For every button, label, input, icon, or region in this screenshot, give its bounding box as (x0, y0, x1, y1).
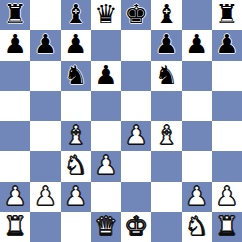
square-g7[interactable]: ♟︎ (182, 30, 212, 60)
square-e7[interactable] (121, 30, 151, 60)
piece-white-knight[interactable]: ♞︎ (64, 152, 87, 178)
square-d2[interactable] (91, 182, 121, 212)
square-g5[interactable] (182, 91, 212, 121)
square-g2[interactable]: ♟︎ (182, 182, 212, 212)
piece-black-queen[interactable]: ♛︎ (94, 1, 117, 27)
square-g4[interactable] (182, 121, 212, 151)
square-e3[interactable] (121, 151, 151, 181)
square-c2[interactable]: ♟︎ (61, 182, 91, 212)
square-f5[interactable] (151, 91, 181, 121)
square-g3[interactable] (182, 151, 212, 181)
square-c7[interactable]: ♟︎ (61, 30, 91, 60)
piece-white-bishop[interactable]: ♝︎ (155, 122, 178, 148)
piece-white-pawn[interactable]: ♟︎ (215, 183, 238, 209)
piece-black-pawn[interactable]: ♟︎ (185, 31, 208, 57)
square-d6[interactable]: ♟︎ (91, 61, 121, 91)
square-h2[interactable]: ♟︎ (212, 182, 242, 212)
piece-black-pawn[interactable]: ♟︎ (215, 31, 238, 57)
square-b7[interactable]: ♟︎ (30, 30, 60, 60)
piece-white-queen[interactable]: ♛︎ (94, 213, 117, 239)
piece-white-pawn[interactable]: ♟︎ (3, 183, 26, 209)
piece-black-pawn[interactable]: ♟︎ (155, 31, 178, 57)
square-f4[interactable]: ♝︎ (151, 121, 181, 151)
square-e8[interactable]: ♚︎ (121, 0, 151, 30)
square-e1[interactable]: ♚︎ (121, 212, 151, 242)
square-c1[interactable] (61, 212, 91, 242)
square-d7[interactable] (91, 30, 121, 60)
square-b4[interactable] (30, 121, 60, 151)
piece-white-pawn[interactable]: ♟︎ (64, 183, 87, 209)
piece-black-rook[interactable]: ♜︎ (215, 1, 238, 27)
piece-black-pawn[interactable]: ♟︎ (64, 31, 87, 57)
square-h7[interactable]: ♟︎ (212, 30, 242, 60)
square-h4[interactable] (212, 121, 242, 151)
square-a3[interactable] (0, 151, 30, 181)
square-b1[interactable] (30, 212, 60, 242)
square-a8[interactable]: ♜︎ (0, 0, 30, 30)
square-f6[interactable]: ♞︎ (151, 61, 181, 91)
square-a2[interactable]: ♟︎ (0, 182, 30, 212)
piece-black-pawn[interactable]: ♟︎ (34, 31, 57, 57)
square-e4[interactable]: ♟︎ (121, 121, 151, 151)
square-h6[interactable] (212, 61, 242, 91)
square-c6[interactable]: ♞︎ (61, 61, 91, 91)
piece-black-pawn[interactable]: ♟︎ (3, 31, 26, 57)
square-a5[interactable] (0, 91, 30, 121)
square-a1[interactable]: ♜︎ (0, 212, 30, 242)
piece-black-king[interactable]: ♚︎ (124, 1, 147, 27)
square-b8[interactable] (30, 0, 60, 30)
piece-black-bishop[interactable]: ♝︎ (155, 1, 178, 27)
square-c3[interactable]: ♞︎ (61, 151, 91, 181)
square-c4[interactable]: ♝︎ (61, 121, 91, 151)
piece-black-bishop[interactable]: ♝︎ (64, 1, 87, 27)
square-g1[interactable]: ♞︎ (182, 212, 212, 242)
square-h3[interactable] (212, 151, 242, 181)
square-d5[interactable] (91, 91, 121, 121)
piece-white-pawn[interactable]: ♟︎ (124, 122, 147, 148)
square-c5[interactable] (61, 91, 91, 121)
square-e6[interactable] (121, 61, 151, 91)
square-g8[interactable] (182, 0, 212, 30)
square-b2[interactable]: ♟︎ (30, 182, 60, 212)
square-a7[interactable]: ♟︎ (0, 30, 30, 60)
square-f2[interactable] (151, 182, 181, 212)
piece-white-bishop[interactable]: ♝︎ (64, 122, 87, 148)
piece-black-pawn[interactable]: ♟︎ (94, 62, 117, 88)
square-b5[interactable] (30, 91, 60, 121)
square-a6[interactable] (0, 61, 30, 91)
piece-white-rook[interactable]: ♜︎ (215, 213, 238, 239)
square-h1[interactable]: ♜︎ (212, 212, 242, 242)
square-h8[interactable]: ♜︎ (212, 0, 242, 30)
chess-board: ♜︎♝︎♛︎♚︎♝︎♜︎♟︎♟︎♟︎♟︎♟︎♟︎♞︎♟︎♞︎♝︎♟︎♝︎♞︎♟︎… (0, 0, 242, 242)
piece-black-rook[interactable]: ♜︎ (3, 1, 26, 27)
square-a4[interactable] (0, 121, 30, 151)
piece-white-pawn[interactable]: ♟︎ (34, 183, 57, 209)
square-e2[interactable] (121, 182, 151, 212)
square-d3[interactable]: ♟︎ (91, 151, 121, 181)
square-f3[interactable] (151, 151, 181, 181)
piece-black-knight[interactable]: ♞︎ (64, 62, 87, 88)
square-b3[interactable] (30, 151, 60, 181)
piece-white-pawn[interactable]: ♟︎ (94, 152, 117, 178)
square-d1[interactable]: ♛︎ (91, 212, 121, 242)
square-d4[interactable] (91, 121, 121, 151)
piece-white-pawn[interactable]: ♟︎ (185, 183, 208, 209)
square-e5[interactable] (121, 91, 151, 121)
square-f8[interactable]: ♝︎ (151, 0, 181, 30)
piece-white-rook[interactable]: ♜︎ (3, 213, 26, 239)
square-h5[interactable] (212, 91, 242, 121)
square-f1[interactable] (151, 212, 181, 242)
square-c8[interactable]: ♝︎ (61, 0, 91, 30)
piece-white-king[interactable]: ♚︎ (124, 213, 147, 239)
square-f7[interactable]: ♟︎ (151, 30, 181, 60)
piece-white-knight[interactable]: ♞︎ (185, 213, 208, 239)
square-d8[interactable]: ♛︎ (91, 0, 121, 30)
piece-black-knight[interactable]: ♞︎ (155, 62, 178, 88)
square-b6[interactable] (30, 61, 60, 91)
square-g6[interactable] (182, 61, 212, 91)
